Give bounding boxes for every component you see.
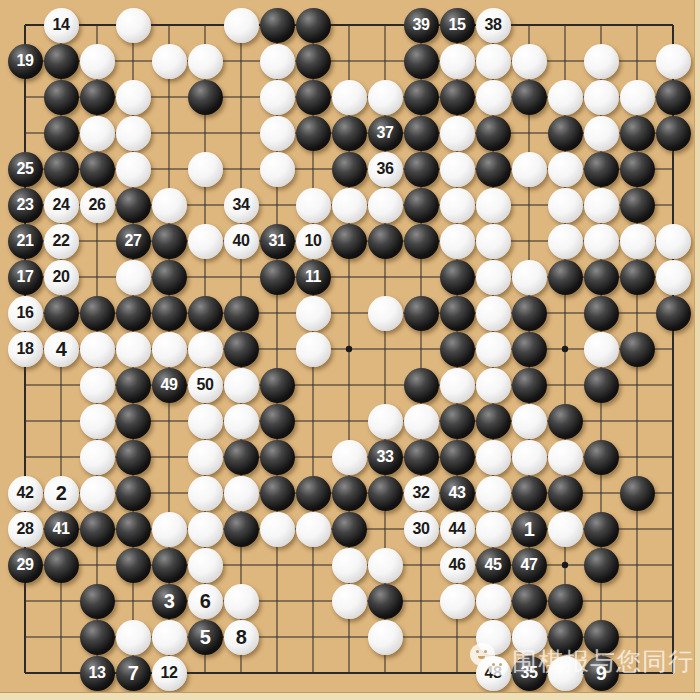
stone-black xyxy=(440,332,475,367)
stone-black xyxy=(512,296,547,331)
stone-black xyxy=(584,296,619,331)
stone-white xyxy=(440,368,475,403)
stone-black xyxy=(404,80,439,115)
stone-black xyxy=(296,476,331,511)
stone-black xyxy=(116,440,151,475)
stone-white xyxy=(224,404,259,439)
stone-white xyxy=(332,440,367,475)
stone-white xyxy=(80,332,115,367)
move-number: 37 xyxy=(377,125,394,141)
move-number: 34 xyxy=(233,197,250,213)
stone-white xyxy=(476,296,511,331)
stone-black xyxy=(260,440,295,475)
move-number: 13 xyxy=(89,665,106,681)
stone-black xyxy=(584,440,619,475)
stone-white xyxy=(296,296,331,331)
stone-black xyxy=(224,440,259,475)
move-number: 47 xyxy=(521,557,538,573)
stone-black xyxy=(80,152,115,187)
stone-black xyxy=(332,224,367,259)
stone-black: 21 xyxy=(8,224,43,259)
stone-black xyxy=(188,80,223,115)
stone-white xyxy=(440,188,475,223)
stone-white xyxy=(116,116,151,151)
stone-white xyxy=(332,548,367,583)
stone-black xyxy=(404,296,439,331)
stone-white xyxy=(476,260,511,295)
stone-white xyxy=(188,152,223,187)
stone-white xyxy=(476,332,511,367)
stone-black xyxy=(116,548,151,583)
stone-black: 19 xyxy=(8,44,43,79)
move-number: 40 xyxy=(233,233,250,249)
stone-white xyxy=(584,116,619,151)
move-number: 36 xyxy=(377,161,394,177)
stone-black: 33 xyxy=(368,440,403,475)
stone-black xyxy=(44,296,79,331)
move-number: 24 xyxy=(53,197,70,213)
stone-black xyxy=(440,80,475,115)
stone-white xyxy=(260,512,295,547)
move-number: 49 xyxy=(161,377,178,393)
move-number: 28 xyxy=(17,521,34,537)
stone-white xyxy=(512,440,547,475)
stone-black xyxy=(656,296,691,331)
stone-black xyxy=(116,188,151,223)
stone-black: 35 xyxy=(512,656,547,691)
move-number: 22 xyxy=(53,233,70,249)
stone-white xyxy=(512,260,547,295)
stone-white: 42 xyxy=(8,476,43,511)
stone-black xyxy=(116,476,151,511)
move-number: 17 xyxy=(17,269,34,285)
stone-black xyxy=(656,116,691,151)
stone-white xyxy=(224,8,259,43)
move-number: 48 xyxy=(485,665,502,681)
stone-black xyxy=(476,404,511,439)
stone-white xyxy=(476,440,511,475)
stone-white: 18 xyxy=(8,332,43,367)
stone-white xyxy=(440,224,475,259)
stone-white xyxy=(548,656,583,691)
stone-black xyxy=(80,80,115,115)
stone-white xyxy=(368,548,403,583)
move-number: 38 xyxy=(485,17,502,33)
stone-black: 37 xyxy=(368,116,403,151)
stone-black xyxy=(152,548,187,583)
stone-white xyxy=(188,512,223,547)
stone-white: 38 xyxy=(476,8,511,43)
stone-white xyxy=(116,8,151,43)
move-number: 12 xyxy=(161,665,178,681)
stone-white xyxy=(224,584,259,619)
stone-white xyxy=(188,332,223,367)
move-number: 16 xyxy=(17,305,34,321)
stone-white: 2 xyxy=(44,476,79,511)
stone-white xyxy=(116,332,151,367)
stone-white xyxy=(548,188,583,223)
stone-black xyxy=(368,476,403,511)
stone-white xyxy=(260,116,295,151)
stone-black: 41 xyxy=(44,512,79,547)
stone-black xyxy=(296,44,331,79)
stone-white xyxy=(116,260,151,295)
stone-black xyxy=(548,476,583,511)
stone-white xyxy=(152,512,187,547)
move-number: 2 xyxy=(56,483,67,503)
stone-black: 49 xyxy=(152,368,187,403)
stone-black xyxy=(80,512,115,547)
stone-white: 40 xyxy=(224,224,259,259)
stone-white xyxy=(440,584,475,619)
stone-black xyxy=(152,224,187,259)
stone-white xyxy=(116,80,151,115)
move-number: 21 xyxy=(17,233,34,249)
stone-white: 46 xyxy=(440,548,475,583)
stone-white xyxy=(512,152,547,187)
stone-white xyxy=(260,44,295,79)
move-number: 35 xyxy=(521,665,538,681)
stone-black xyxy=(224,512,259,547)
stone-black: 5 xyxy=(188,620,223,655)
move-number: 41 xyxy=(53,521,70,537)
stone-black xyxy=(620,476,655,511)
stone-white xyxy=(584,44,619,79)
stone-white xyxy=(512,404,547,439)
stone-black xyxy=(584,260,619,295)
stone-black xyxy=(80,296,115,331)
stone-white xyxy=(188,440,223,475)
stone-white xyxy=(512,44,547,79)
stone-white xyxy=(404,404,439,439)
stone-white xyxy=(476,584,511,619)
stone-white xyxy=(548,152,583,187)
board-edge-bottom xyxy=(0,692,700,700)
stone-black xyxy=(332,512,367,547)
stone-black: 27 xyxy=(116,224,151,259)
stone-black xyxy=(476,116,511,151)
stone-black xyxy=(152,296,187,331)
stone-black: 13 xyxy=(80,656,115,691)
stone-black xyxy=(512,584,547,619)
stone-white: 24 xyxy=(44,188,79,223)
move-number: 5 xyxy=(200,627,211,647)
stone-white: 30 xyxy=(404,512,439,547)
stone-white xyxy=(368,80,403,115)
stone-white xyxy=(188,548,223,583)
stone-black xyxy=(404,440,439,475)
move-number: 7 xyxy=(128,663,139,683)
stone-white xyxy=(476,224,511,259)
stone-black xyxy=(548,620,583,655)
move-number: 15 xyxy=(449,17,466,33)
stone-black xyxy=(44,116,79,151)
move-number: 32 xyxy=(413,485,430,501)
stone-black xyxy=(260,8,295,43)
stone-white: 44 xyxy=(440,512,475,547)
stone-black: 15 xyxy=(440,8,475,43)
stone-black xyxy=(620,188,655,223)
stone-white xyxy=(80,116,115,151)
move-number: 29 xyxy=(17,557,34,573)
stone-black xyxy=(152,260,187,295)
stone-white: 8 xyxy=(224,620,259,655)
stone-white xyxy=(188,404,223,439)
stone-white xyxy=(332,188,367,223)
stone-white xyxy=(656,260,691,295)
stone-white xyxy=(476,620,511,655)
move-number: 43 xyxy=(449,485,466,501)
stone-white xyxy=(80,404,115,439)
stone-white: 28 xyxy=(8,512,43,547)
stone-black xyxy=(548,584,583,619)
stone-black xyxy=(584,368,619,403)
stone-white xyxy=(548,80,583,115)
stone-black xyxy=(44,152,79,187)
stone-white xyxy=(152,620,187,655)
stone-black xyxy=(440,440,475,475)
move-number: 44 xyxy=(449,521,466,537)
stone-white xyxy=(368,188,403,223)
move-number: 14 xyxy=(53,17,70,33)
stone-black xyxy=(584,152,619,187)
stone-white xyxy=(332,80,367,115)
stone-white xyxy=(476,80,511,115)
stone-white: 14 xyxy=(44,8,79,43)
stone-black xyxy=(404,116,439,151)
move-number: 26 xyxy=(89,197,106,213)
move-number: 3 xyxy=(164,591,175,611)
stone-white xyxy=(656,224,691,259)
stone-white xyxy=(80,368,115,403)
stone-white xyxy=(368,620,403,655)
stone-white xyxy=(584,80,619,115)
stone-white xyxy=(260,152,295,187)
stone-white xyxy=(512,620,547,655)
stone-white xyxy=(656,44,691,79)
stone-black xyxy=(332,152,367,187)
stone-white xyxy=(296,512,331,547)
move-number: 8 xyxy=(236,627,247,647)
stone-black: 29 xyxy=(8,548,43,583)
stone-black: 31 xyxy=(260,224,295,259)
stone-white xyxy=(152,188,187,223)
move-number: 10 xyxy=(305,233,322,249)
stone-white xyxy=(620,224,655,259)
stone-black xyxy=(584,620,619,655)
stone-black: 23 xyxy=(8,188,43,223)
stone-black xyxy=(512,80,547,115)
stone-black xyxy=(332,476,367,511)
move-number: 46 xyxy=(449,557,466,573)
stone-white: 34 xyxy=(224,188,259,223)
stone-white xyxy=(260,80,295,115)
stone-white xyxy=(584,188,619,223)
stone-white xyxy=(296,188,331,223)
stone-black: 25 xyxy=(8,152,43,187)
stone-black xyxy=(260,260,295,295)
move-number: 39 xyxy=(413,17,430,33)
move-number: 20 xyxy=(53,269,70,285)
stone-black: 11 xyxy=(296,260,331,295)
stone-black xyxy=(620,260,655,295)
stone-white xyxy=(440,152,475,187)
stone-black xyxy=(584,512,619,547)
stone-white xyxy=(620,80,655,115)
stone-white xyxy=(188,476,223,511)
stone-black: 45 xyxy=(476,548,511,583)
stone-white xyxy=(476,512,511,547)
stone-black xyxy=(44,548,79,583)
stone-white xyxy=(548,440,583,475)
move-number: 31 xyxy=(269,233,286,249)
stone-black xyxy=(440,404,475,439)
move-number: 9 xyxy=(596,663,607,683)
stone-black: 1 xyxy=(512,512,547,547)
stone-white xyxy=(188,44,223,79)
stone-black xyxy=(404,152,439,187)
stone-black xyxy=(512,476,547,511)
stone-black xyxy=(80,584,115,619)
stone-black xyxy=(188,296,223,331)
stone-black: 39 xyxy=(404,8,439,43)
stone-black xyxy=(260,368,295,403)
move-number: 30 xyxy=(413,521,430,537)
stone-black xyxy=(620,332,655,367)
stone-white xyxy=(188,224,223,259)
stone-black: 9 xyxy=(584,656,619,691)
stone-white xyxy=(476,44,511,79)
stone-black xyxy=(512,332,547,367)
stone-white xyxy=(224,476,259,511)
stone-black xyxy=(224,296,259,331)
stone-white: 50 xyxy=(188,368,223,403)
stone-white: 10 xyxy=(296,224,331,259)
stone-black xyxy=(44,80,79,115)
stone-white xyxy=(584,332,619,367)
stone-white xyxy=(152,44,187,79)
stone-black xyxy=(404,188,439,223)
stone-white: 12 xyxy=(152,656,187,691)
stone-black xyxy=(440,260,475,295)
stone-black xyxy=(260,404,295,439)
stone-black xyxy=(620,116,655,151)
stone-black xyxy=(548,404,583,439)
move-number: 25 xyxy=(17,161,34,177)
stone-black xyxy=(80,620,115,655)
stone-white xyxy=(152,332,187,367)
stone-black xyxy=(512,368,547,403)
stone-white xyxy=(476,368,511,403)
stone-black xyxy=(332,116,367,151)
stone-white: 36 xyxy=(368,152,403,187)
stone-black xyxy=(548,116,583,151)
move-number: 23 xyxy=(17,197,34,213)
move-number: 19 xyxy=(17,53,34,69)
stone-black: 43 xyxy=(440,476,475,511)
stone-white: 6 xyxy=(188,584,223,619)
stone-black: 7 xyxy=(116,656,151,691)
move-number: 27 xyxy=(125,233,142,249)
stone-black xyxy=(116,512,151,547)
stone-white xyxy=(80,476,115,511)
stone-white xyxy=(224,368,259,403)
move-number: 4 xyxy=(56,339,67,359)
stone-black: 47 xyxy=(512,548,547,583)
go-board: 1439153819372536232426342122274031101720… xyxy=(0,0,700,700)
stone-black xyxy=(584,548,619,583)
board-edge-right xyxy=(694,0,700,700)
stone-white xyxy=(368,404,403,439)
stone-white: 48 xyxy=(476,656,511,691)
move-number: 18 xyxy=(17,341,34,357)
stone-white: 4 xyxy=(44,332,79,367)
stone-white xyxy=(476,188,511,223)
stone-black xyxy=(296,80,331,115)
stone-white xyxy=(116,152,151,187)
stones-layer: 1439153819372536232426342122274031101720… xyxy=(0,0,700,700)
stone-black xyxy=(656,80,691,115)
stone-white xyxy=(296,332,331,367)
stone-black xyxy=(368,584,403,619)
stone-black xyxy=(116,368,151,403)
stone-black xyxy=(440,296,475,331)
stone-white: 20 xyxy=(44,260,79,295)
stone-white: 32 xyxy=(404,476,439,511)
stone-black xyxy=(404,44,439,79)
stone-black xyxy=(116,404,151,439)
stone-white xyxy=(80,44,115,79)
stone-black xyxy=(476,152,511,187)
stone-black xyxy=(224,332,259,367)
stone-black xyxy=(404,368,439,403)
move-number: 45 xyxy=(485,557,502,573)
move-number: 50 xyxy=(197,377,214,393)
stone-white: 26 xyxy=(80,188,115,223)
stone-white xyxy=(440,44,475,79)
stone-white xyxy=(548,224,583,259)
move-number: 33 xyxy=(377,449,394,465)
stone-white xyxy=(548,512,583,547)
stone-black xyxy=(404,224,439,259)
stone-black: 3 xyxy=(152,584,187,619)
stone-black: 17 xyxy=(8,260,43,295)
stone-black xyxy=(44,44,79,79)
stone-black xyxy=(116,296,151,331)
stone-white xyxy=(476,476,511,511)
move-number: 42 xyxy=(17,485,34,501)
stone-white xyxy=(116,620,151,655)
stone-black xyxy=(620,152,655,187)
stone-black xyxy=(260,476,295,511)
stone-white: 22 xyxy=(44,224,79,259)
move-number: 11 xyxy=(305,269,321,285)
stone-white xyxy=(80,440,115,475)
stone-black xyxy=(368,224,403,259)
stone-white xyxy=(584,224,619,259)
move-number: 1 xyxy=(524,519,535,539)
stone-white: 16 xyxy=(8,296,43,331)
stone-white xyxy=(368,296,403,331)
move-number: 6 xyxy=(200,591,211,611)
stone-black xyxy=(548,260,583,295)
stone-white xyxy=(332,584,367,619)
stone-white xyxy=(440,116,475,151)
stone-black xyxy=(296,116,331,151)
stone-black xyxy=(296,8,331,43)
